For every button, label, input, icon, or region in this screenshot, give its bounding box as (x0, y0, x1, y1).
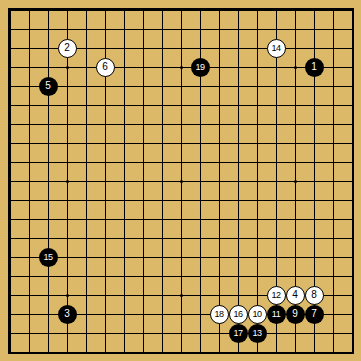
stone-number: 5 (45, 81, 51, 91)
stone-number: 12 (271, 291, 280, 300)
star-point (180, 180, 183, 183)
stone-black-5: 5 (39, 77, 58, 96)
go-diagram: 12345678910111213141516171819 (0, 0, 361, 361)
stone-black-3: 3 (58, 305, 77, 324)
stone-number: 4 (292, 290, 298, 300)
grid-line-horizontal (10, 333, 353, 334)
stone-black-17: 17 (229, 324, 248, 343)
grid-line-horizontal (10, 219, 353, 220)
stone-black-1: 1 (305, 58, 324, 77)
stone-white-18: 18 (210, 305, 229, 324)
stone-number: 19 (195, 63, 204, 72)
stone-number: 13 (252, 329, 261, 338)
grid-line-vertical (333, 10, 334, 353)
grid-line-horizontal (10, 200, 353, 201)
stone-number: 2 (64, 43, 70, 53)
stone-white-16: 16 (229, 305, 248, 324)
stone-number: 17 (233, 329, 242, 338)
stone-number: 3 (64, 309, 70, 319)
star-point (66, 294, 69, 297)
stone-white-4: 4 (286, 286, 305, 305)
grid-line-vertical (257, 10, 258, 353)
stone-white-8: 8 (305, 286, 324, 305)
stone-number: 10 (252, 310, 261, 319)
stone-number: 8 (311, 290, 317, 300)
stone-number: 15 (43, 253, 52, 262)
stone-white-14: 14 (267, 39, 286, 58)
grid-line-vertical (238, 10, 239, 353)
stone-white-10: 10 (248, 305, 267, 324)
grid-line-vertical (352, 10, 353, 353)
stone-white-2: 2 (58, 39, 77, 58)
star-point (66, 66, 69, 69)
stone-black-9: 9 (286, 305, 305, 324)
grid-line-horizontal (10, 238, 353, 239)
stone-white-12: 12 (267, 286, 286, 305)
grid-line-horizontal (10, 352, 353, 353)
stone-number: 1 (311, 62, 317, 72)
grid-line-horizontal (10, 276, 353, 277)
go-board[interactable]: 12345678910111213141516171819 (0, 0, 361, 361)
stone-number: 14 (271, 44, 280, 53)
stone-black-19: 19 (191, 58, 210, 77)
grid-line-vertical (219, 10, 220, 353)
star-point (66, 180, 69, 183)
stone-black-11: 11 (267, 305, 286, 324)
star-point (180, 66, 183, 69)
stone-number: 11 (272, 310, 280, 319)
stone-number: 6 (102, 62, 108, 72)
stone-white-6: 6 (96, 58, 115, 77)
star-point (294, 180, 297, 183)
star-point (180, 294, 183, 297)
stone-number: 18 (214, 310, 223, 319)
stone-black-7: 7 (305, 305, 324, 324)
grid-line-horizontal (10, 257, 353, 258)
stone-black-15: 15 (39, 248, 58, 267)
stone-number: 16 (233, 310, 242, 319)
stone-number: 9 (292, 309, 298, 319)
star-point (294, 66, 297, 69)
stone-black-13: 13 (248, 324, 267, 343)
stone-number: 7 (311, 309, 317, 319)
